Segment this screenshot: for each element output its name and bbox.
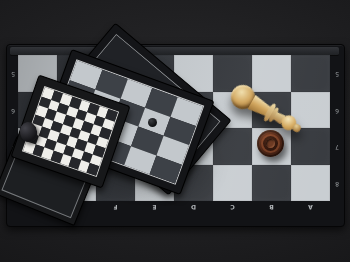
- board-square: [252, 165, 291, 202]
- coordinate-label: 7: [332, 128, 342, 165]
- coordinate-label: B: [252, 201, 291, 213]
- mini-board-square: [87, 164, 99, 176]
- board-square: [291, 165, 330, 202]
- board-square: [291, 55, 330, 92]
- coordinate-label: 8: [332, 165, 342, 202]
- coordinate-label: 5: [332, 55, 342, 92]
- black-pawn-piece: [257, 130, 284, 157]
- rank-labels-right: 5678: [332, 55, 342, 201]
- pawn-center-knob: [266, 139, 275, 148]
- coordinate-label: A: [291, 201, 330, 213]
- king-finial-tip: [291, 123, 302, 134]
- latch-knob: [148, 118, 157, 127]
- photo-scene: 5678 5678 HGFEDCBA: [0, 0, 350, 262]
- coordinate-label: 6: [8, 92, 18, 129]
- coordinate-label: 5: [8, 55, 18, 92]
- board-square: [252, 55, 291, 92]
- coordinate-label: 6: [332, 92, 342, 129]
